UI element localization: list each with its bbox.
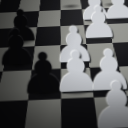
square-f1: ♟ bbox=[94, 96, 128, 128]
board-scene: ♞♝♟♟♟♟♟♟♟♟♟♟ bbox=[0, 0, 128, 128]
square-d1 bbox=[23, 99, 61, 128]
chess-board: ♞♝♟♟♟♟♟♟♟♟♟♟ bbox=[0, 0, 128, 128]
white-pawn-icon: ♟ bbox=[87, 72, 128, 128]
square-c1 bbox=[0, 100, 28, 128]
chessboard-photo: ♞♝♟♟♟♟♟♟♟♟♟♟ bbox=[0, 0, 128, 128]
